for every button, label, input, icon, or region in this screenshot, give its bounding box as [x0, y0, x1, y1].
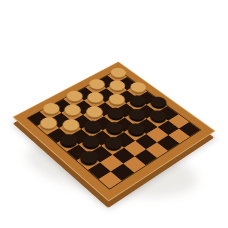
board-square: [136, 105, 157, 119]
product-photo: ●●●●●●●●●●●●●●●●●●●●●●●●: [0, 0, 228, 228]
board-square: [179, 122, 201, 137]
light-checker-piece: ●: [108, 66, 128, 79]
dark-checker-piece: ●: [147, 94, 168, 108]
